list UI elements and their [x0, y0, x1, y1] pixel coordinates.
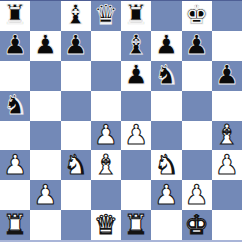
- black-rook[interactable]: ♜: [3, 1, 27, 28]
- square-g5[interactable]: [182, 91, 212, 121]
- square-b2[interactable]: ♟: [30, 180, 60, 210]
- square-e3[interactable]: [121, 150, 151, 180]
- square-c8[interactable]: ♝: [61, 1, 91, 31]
- white-bishop[interactable]: ♝: [215, 121, 239, 148]
- square-d2[interactable]: [91, 180, 121, 210]
- square-a1[interactable]: ♜: [0, 210, 30, 240]
- square-e7[interactable]: ♝: [121, 31, 151, 61]
- white-bishop[interactable]: ♝: [94, 151, 118, 178]
- square-d6[interactable]: [91, 61, 121, 91]
- square-h8[interactable]: [212, 1, 242, 31]
- square-h4[interactable]: ♝: [212, 121, 242, 151]
- square-b1[interactable]: [30, 210, 60, 240]
- square-d7[interactable]: [91, 31, 121, 61]
- square-a4[interactable]: [0, 121, 30, 151]
- black-knight[interactable]: ♞: [154, 61, 178, 88]
- square-c3[interactable]: ♞: [61, 150, 91, 180]
- square-g6[interactable]: [182, 61, 212, 91]
- square-h5[interactable]: [212, 91, 242, 121]
- square-f8[interactable]: [151, 1, 181, 31]
- square-h6[interactable]: ♟: [212, 61, 242, 91]
- square-f4[interactable]: [151, 121, 181, 151]
- chess-board: ♜♝♛♜♚♟♟♟♝♟♟♟♞♟♞♟♟♝♟♞♝♞♟♟♟♟♜♛♜♚: [0, 0, 242, 242]
- black-pawn[interactable]: ♟: [154, 31, 178, 58]
- black-bishop[interactable]: ♝: [64, 1, 88, 28]
- black-pawn[interactable]: ♟: [215, 61, 239, 88]
- square-c7[interactable]: ♟: [61, 31, 91, 61]
- square-a8[interactable]: ♜: [0, 1, 30, 31]
- black-rook[interactable]: ♜: [124, 1, 148, 28]
- square-f1[interactable]: [151, 210, 181, 240]
- square-d8[interactable]: ♛: [91, 1, 121, 31]
- black-pawn[interactable]: ♟: [185, 31, 209, 58]
- white-knight[interactable]: ♞: [64, 151, 88, 178]
- square-g1[interactable]: ♚: [182, 210, 212, 240]
- square-b7[interactable]: ♟: [30, 31, 60, 61]
- square-c5[interactable]: [61, 91, 91, 121]
- square-g2[interactable]: ♟: [182, 180, 212, 210]
- black-pawn[interactable]: ♟: [124, 61, 148, 88]
- black-queen[interactable]: ♛: [94, 1, 118, 28]
- black-pawn[interactable]: ♟: [64, 31, 88, 58]
- white-pawn[interactable]: ♟: [154, 181, 178, 208]
- white-pawn[interactable]: ♟: [3, 151, 27, 178]
- square-a2[interactable]: [0, 180, 30, 210]
- square-h1[interactable]: [212, 210, 242, 240]
- square-e2[interactable]: [121, 180, 151, 210]
- square-b8[interactable]: [30, 1, 60, 31]
- square-g7[interactable]: ♟: [182, 31, 212, 61]
- white-pawn[interactable]: ♟: [124, 121, 148, 148]
- white-pawn[interactable]: ♟: [33, 181, 57, 208]
- black-pawn[interactable]: ♟: [3, 31, 27, 58]
- square-d3[interactable]: ♝: [91, 150, 121, 180]
- square-h2[interactable]: [212, 180, 242, 210]
- square-e6[interactable]: ♟: [121, 61, 151, 91]
- square-d1[interactable]: ♛: [91, 210, 121, 240]
- white-knight[interactable]: ♞: [154, 151, 178, 178]
- square-h3[interactable]: ♟: [212, 150, 242, 180]
- white-rook[interactable]: ♜: [3, 211, 27, 238]
- square-c2[interactable]: [61, 180, 91, 210]
- white-pawn[interactable]: ♟: [215, 151, 239, 178]
- square-a3[interactable]: ♟: [0, 150, 30, 180]
- square-c4[interactable]: [61, 121, 91, 151]
- square-a6[interactable]: [0, 61, 30, 91]
- white-pawn[interactable]: ♟: [94, 121, 118, 148]
- square-f2[interactable]: ♟: [151, 180, 181, 210]
- square-g8[interactable]: ♚: [182, 1, 212, 31]
- square-b6[interactable]: [30, 61, 60, 91]
- square-g4[interactable]: [182, 121, 212, 151]
- square-a7[interactable]: ♟: [0, 31, 30, 61]
- square-e1[interactable]: ♜: [121, 210, 151, 240]
- white-pawn[interactable]: ♟: [185, 181, 209, 208]
- square-e4[interactable]: ♟: [121, 121, 151, 151]
- square-h7[interactable]: [212, 31, 242, 61]
- black-knight[interactable]: ♞: [3, 91, 27, 118]
- square-g3[interactable]: [182, 150, 212, 180]
- square-e8[interactable]: ♜: [121, 1, 151, 31]
- square-d4[interactable]: ♟: [91, 121, 121, 151]
- white-king[interactable]: ♚: [185, 211, 209, 238]
- square-f6[interactable]: ♞: [151, 61, 181, 91]
- black-king[interactable]: ♚: [185, 1, 209, 28]
- black-bishop[interactable]: ♝: [124, 31, 148, 58]
- square-c6[interactable]: [61, 61, 91, 91]
- square-f5[interactable]: [151, 91, 181, 121]
- square-b3[interactable]: [30, 150, 60, 180]
- square-b5[interactable]: [30, 91, 60, 121]
- black-pawn[interactable]: ♟: [33, 31, 57, 58]
- square-f7[interactable]: ♟: [151, 31, 181, 61]
- square-e5[interactable]: [121, 91, 151, 121]
- square-b4[interactable]: [30, 121, 60, 151]
- square-c1[interactable]: [61, 210, 91, 240]
- square-d5[interactable]: [91, 91, 121, 121]
- white-rook[interactable]: ♜: [124, 211, 148, 238]
- square-f3[interactable]: ♞: [151, 150, 181, 180]
- square-a5[interactable]: ♞: [0, 91, 30, 121]
- white-queen[interactable]: ♛: [94, 211, 118, 238]
